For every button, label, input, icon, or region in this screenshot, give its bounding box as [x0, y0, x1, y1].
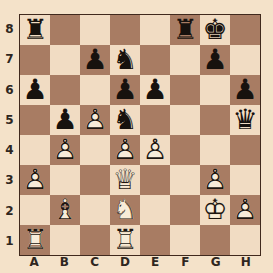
square-d5[interactable]: ♞: [110, 105, 140, 135]
rank-label-2: 2: [0, 196, 19, 226]
square-c4[interactable]: [80, 135, 110, 165]
square-c1[interactable]: [80, 225, 110, 255]
rank-label-5: 5: [0, 105, 19, 135]
square-a2[interactable]: [20, 195, 50, 225]
file-labels: ABCDEFGH: [19, 254, 261, 273]
piece-white-pawn: ♙: [50, 135, 80, 165]
rank-label-4: 4: [0, 135, 19, 165]
piece-white-pawn: ♙: [200, 165, 230, 195]
square-b2[interactable]: ♝♗: [50, 195, 80, 225]
white-pawn-fill: ♟: [20, 165, 50, 195]
square-f3[interactable]: [170, 165, 200, 195]
square-a7[interactable]: [20, 45, 50, 75]
square-b8[interactable]: [50, 15, 80, 45]
piece-black-queen: ♛: [230, 105, 260, 135]
square-a1[interactable]: ♜♖: [20, 225, 50, 255]
piece-black-pawn: ♟: [80, 45, 110, 75]
square-h6[interactable]: ♟: [230, 75, 260, 105]
square-e3[interactable]: [140, 165, 170, 195]
square-f1[interactable]: [170, 225, 200, 255]
square-h3[interactable]: [230, 165, 260, 195]
square-e1[interactable]: [140, 225, 170, 255]
square-e7[interactable]: [140, 45, 170, 75]
file-label-h: H: [231, 254, 261, 273]
square-c8[interactable]: [80, 15, 110, 45]
white-rook-fill: ♜: [20, 225, 50, 255]
square-f5[interactable]: [170, 105, 200, 135]
rank-label-8: 8: [0, 14, 19, 44]
square-c7[interactable]: ♟: [80, 45, 110, 75]
square-e8[interactable]: [140, 15, 170, 45]
piece-white-pawn: ♙: [110, 135, 140, 165]
square-a8[interactable]: ♜: [20, 15, 50, 45]
piece-black-knight: ♞: [110, 45, 140, 75]
square-f8[interactable]: ♜: [170, 15, 200, 45]
white-pawn-fill: ♟: [80, 105, 110, 135]
rank-labels: 87654321: [0, 14, 19, 256]
square-g6[interactable]: [200, 75, 230, 105]
square-b4[interactable]: ♟♙: [50, 135, 80, 165]
piece-white-rook: ♖: [110, 225, 140, 255]
square-g7[interactable]: ♟: [200, 45, 230, 75]
piece-black-rook: ♜: [20, 15, 50, 45]
square-h2[interactable]: ♟♙: [230, 195, 260, 225]
square-a5[interactable]: [20, 105, 50, 135]
file-label-c: C: [80, 254, 110, 273]
square-b7[interactable]: [50, 45, 80, 75]
square-b6[interactable]: [50, 75, 80, 105]
square-h8[interactable]: [230, 15, 260, 45]
square-g8[interactable]: ♚: [200, 15, 230, 45]
piece-white-knight: ♘: [110, 195, 140, 225]
square-d7[interactable]: ♞: [110, 45, 140, 75]
square-b1[interactable]: [50, 225, 80, 255]
square-h4[interactable]: [230, 135, 260, 165]
piece-white-queen: ♕: [110, 165, 140, 195]
square-a6[interactable]: ♟: [20, 75, 50, 105]
square-b5[interactable]: ♟: [50, 105, 80, 135]
piece-black-pawn: ♟: [50, 105, 80, 135]
square-h1[interactable]: [230, 225, 260, 255]
square-a4[interactable]: [20, 135, 50, 165]
chess-board: ♜♜♚♟♞♟♟♟♟♟♟♟♙♞♛♟♙♟♙♟♙♟♙♛♕♟♙♝♗♞♘♚♔♟♙♜♖♜♖: [19, 14, 261, 256]
white-bishop-fill: ♝: [50, 195, 80, 225]
file-label-d: D: [110, 254, 140, 273]
square-f6[interactable]: [170, 75, 200, 105]
square-g1[interactable]: [200, 225, 230, 255]
square-d4[interactable]: ♟♙: [110, 135, 140, 165]
white-rook-fill: ♜: [110, 225, 140, 255]
chess-diagram: 87654321 ♜♜♚♟♞♟♟♟♟♟♟♟♙♞♛♟♙♟♙♟♙♟♙♛♕♟♙♝♗♞♘…: [0, 0, 273, 273]
square-c5[interactable]: ♟♙: [80, 105, 110, 135]
piece-white-pawn: ♙: [230, 195, 260, 225]
square-g5[interactable]: [200, 105, 230, 135]
rank-label-3: 3: [0, 165, 19, 195]
file-label-e: E: [140, 254, 170, 273]
square-d3[interactable]: ♛♕: [110, 165, 140, 195]
square-f4[interactable]: [170, 135, 200, 165]
rank-label-6: 6: [0, 75, 19, 105]
white-knight-fill: ♞: [110, 195, 140, 225]
square-h5[interactable]: ♛: [230, 105, 260, 135]
square-c3[interactable]: [80, 165, 110, 195]
square-e5[interactable]: [140, 105, 170, 135]
white-pawn-fill: ♟: [140, 135, 170, 165]
white-pawn-fill: ♟: [230, 195, 260, 225]
square-f2[interactable]: [170, 195, 200, 225]
piece-black-rook: ♜: [170, 15, 200, 45]
square-g4[interactable]: [200, 135, 230, 165]
rank-label-7: 7: [0, 44, 19, 74]
white-pawn-fill: ♟: [200, 165, 230, 195]
square-d1[interactable]: ♜♖: [110, 225, 140, 255]
piece-black-pawn: ♟: [20, 75, 50, 105]
square-d8[interactable]: [110, 15, 140, 45]
square-c6[interactable]: [80, 75, 110, 105]
piece-white-pawn: ♙: [20, 165, 50, 195]
white-pawn-fill: ♟: [110, 135, 140, 165]
piece-black-pawn: ♟: [230, 75, 260, 105]
piece-white-pawn: ♙: [80, 105, 110, 135]
piece-white-bishop: ♗: [50, 195, 80, 225]
piece-black-pawn: ♟: [110, 75, 140, 105]
square-e4[interactable]: ♟♙: [140, 135, 170, 165]
piece-white-pawn: ♙: [140, 135, 170, 165]
piece-black-pawn: ♟: [140, 75, 170, 105]
rank-label-1: 1: [0, 226, 19, 256]
file-label-a: A: [19, 254, 49, 273]
file-label-g: G: [201, 254, 231, 273]
square-e6[interactable]: ♟: [140, 75, 170, 105]
square-e2[interactable]: [140, 195, 170, 225]
square-g2[interactable]: ♚♔: [200, 195, 230, 225]
piece-black-pawn: ♟: [200, 45, 230, 75]
file-label-f: F: [170, 254, 200, 273]
piece-black-king: ♚: [200, 15, 230, 45]
square-b3[interactable]: [50, 165, 80, 195]
square-a3[interactable]: ♟♙: [20, 165, 50, 195]
square-d6[interactable]: ♟: [110, 75, 140, 105]
square-f7[interactable]: [170, 45, 200, 75]
white-queen-fill: ♛: [110, 165, 140, 195]
file-label-b: B: [49, 254, 79, 273]
square-g3[interactable]: ♟♙: [200, 165, 230, 195]
white-pawn-fill: ♟: [50, 135, 80, 165]
white-king-fill: ♚: [200, 195, 230, 225]
square-c2[interactable]: [80, 195, 110, 225]
square-d2[interactable]: ♞♘: [110, 195, 140, 225]
piece-white-king: ♔: [200, 195, 230, 225]
piece-white-rook: ♖: [20, 225, 50, 255]
piece-black-knight: ♞: [110, 105, 140, 135]
square-h7[interactable]: [230, 45, 260, 75]
